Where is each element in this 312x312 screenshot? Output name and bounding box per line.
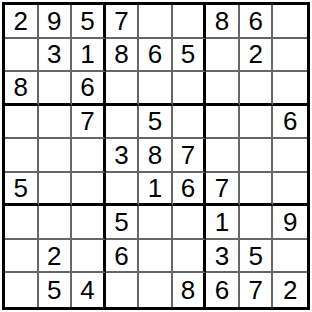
cell-r3c2[interactable] (39, 72, 73, 106)
cell-r9c7[interactable]: 6 (206, 273, 240, 307)
cell-r9c2[interactable]: 5 (39, 273, 73, 307)
cell-r6c6[interactable]: 6 (173, 173, 207, 207)
cell-r5c8[interactable] (240, 139, 274, 173)
cell-r5c1[interactable] (5, 139, 39, 173)
cell-r6c3[interactable] (72, 173, 106, 207)
cell-r7c7[interactable]: 1 (206, 206, 240, 240)
cell-r2c6[interactable]: 5 (173, 39, 207, 73)
cell-r5c9[interactable] (273, 139, 307, 173)
cell-r5c5[interactable]: 8 (139, 139, 173, 173)
cell-r4c3[interactable]: 7 (72, 106, 106, 140)
cell-r9c4[interactable] (106, 273, 140, 307)
sudoku-board: 2957863186528675638751675192635548672 (2, 2, 310, 310)
cell-r6c9[interactable] (273, 173, 307, 207)
cell-r4c2[interactable] (39, 106, 73, 140)
cell-r6c1[interactable]: 5 (5, 173, 39, 207)
cell-r1c9[interactable] (273, 5, 307, 39)
cell-r3c1[interactable]: 8 (5, 72, 39, 106)
cell-r8c3[interactable] (72, 240, 106, 274)
cell-r1c6[interactable] (173, 5, 207, 39)
cell-r9c8[interactable]: 7 (240, 273, 274, 307)
cell-r5c4[interactable]: 3 (106, 139, 140, 173)
cell-r5c3[interactable] (72, 139, 106, 173)
cell-r3c7[interactable] (206, 72, 240, 106)
cell-r1c1[interactable]: 2 (5, 5, 39, 39)
cell-r2c9[interactable] (273, 39, 307, 73)
cell-r7c8[interactable] (240, 206, 274, 240)
cell-r2c5[interactable]: 6 (139, 39, 173, 73)
cell-r7c3[interactable] (72, 206, 106, 240)
cell-r8c7[interactable]: 3 (206, 240, 240, 274)
cell-r4c9[interactable]: 6 (273, 106, 307, 140)
cell-r7c5[interactable] (139, 206, 173, 240)
cell-r8c8[interactable]: 5 (240, 240, 274, 274)
cell-r7c2[interactable] (39, 206, 73, 240)
cell-r5c2[interactable] (39, 139, 73, 173)
cell-r4c5[interactable]: 5 (139, 106, 173, 140)
cell-r3c3[interactable]: 6 (72, 72, 106, 106)
cell-r8c6[interactable] (173, 240, 207, 274)
cell-r4c4[interactable] (106, 106, 140, 140)
cell-r9c6[interactable]: 8 (173, 273, 207, 307)
cell-r9c5[interactable] (139, 273, 173, 307)
cell-r3c4[interactable] (106, 72, 140, 106)
cell-r2c2[interactable]: 3 (39, 39, 73, 73)
cell-r2c8[interactable]: 2 (240, 39, 274, 73)
cell-r4c6[interactable] (173, 106, 207, 140)
cell-r7c9[interactable]: 9 (273, 206, 307, 240)
cell-r5c6[interactable]: 7 (173, 139, 207, 173)
cell-r3c8[interactable] (240, 72, 274, 106)
cell-r1c7[interactable]: 8 (206, 5, 240, 39)
cell-r1c2[interactable]: 9 (39, 5, 73, 39)
cell-r8c1[interactable] (5, 240, 39, 274)
cell-r7c1[interactable] (5, 206, 39, 240)
cell-r4c8[interactable] (240, 106, 274, 140)
cell-r8c2[interactable]: 2 (39, 240, 73, 274)
cell-r2c7[interactable] (206, 39, 240, 73)
cell-r2c4[interactable]: 8 (106, 39, 140, 73)
cell-r3c9[interactable] (273, 72, 307, 106)
cell-r6c2[interactable] (39, 173, 73, 207)
cell-r1c5[interactable] (139, 5, 173, 39)
cell-r2c3[interactable]: 1 (72, 39, 106, 73)
cell-r8c4[interactable]: 6 (106, 240, 140, 274)
cell-r5c7[interactable] (206, 139, 240, 173)
cell-r3c6[interactable] (173, 72, 207, 106)
cell-r9c1[interactable] (5, 273, 39, 307)
cell-r4c7[interactable] (206, 106, 240, 140)
cell-r2c1[interactable] (5, 39, 39, 73)
cell-r6c5[interactable]: 1 (139, 173, 173, 207)
cell-r7c4[interactable]: 5 (106, 206, 140, 240)
cell-r6c7[interactable]: 7 (206, 173, 240, 207)
cell-r7c6[interactable] (173, 206, 207, 240)
cell-r1c3[interactable]: 5 (72, 5, 106, 39)
cell-r6c4[interactable] (106, 173, 140, 207)
cell-r1c8[interactable]: 6 (240, 5, 274, 39)
cell-r6c8[interactable] (240, 173, 274, 207)
cell-r9c3[interactable]: 4 (72, 273, 106, 307)
cell-r8c9[interactable] (273, 240, 307, 274)
cell-r1c4[interactable]: 7 (106, 5, 140, 39)
cell-r3c5[interactable] (139, 72, 173, 106)
cell-r8c5[interactable] (139, 240, 173, 274)
cell-r4c1[interactable] (5, 106, 39, 140)
cell-r9c9[interactable]: 2 (273, 273, 307, 307)
